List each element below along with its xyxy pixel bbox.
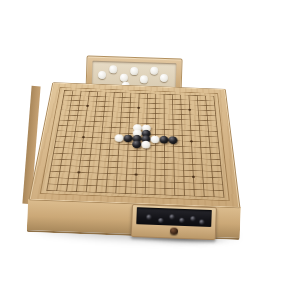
white-stone (140, 75, 148, 83)
white-stone (109, 65, 117, 73)
black-stone-drawer-well (136, 207, 212, 227)
star-point (190, 140, 193, 142)
board-top-face (29, 82, 241, 208)
black-stone (146, 215, 151, 220)
board-cell (150, 191, 160, 198)
star-point (77, 171, 80, 174)
board-cell (110, 189, 120, 196)
black-stone-drawer (131, 204, 217, 240)
star-point (86, 105, 89, 107)
white-stone (98, 71, 106, 79)
star-point (191, 175, 194, 178)
board-cell (120, 190, 130, 197)
board-cell (199, 193, 209, 200)
drawer-knob-icon (169, 227, 177, 234)
black-stone (190, 216, 195, 221)
star-point (82, 136, 85, 138)
board-cell (169, 191, 179, 198)
star-point (188, 108, 191, 110)
black-stone (169, 214, 174, 219)
go-board-product-photo (0, 0, 300, 300)
white-stone (160, 74, 168, 82)
board-cell (218, 193, 228, 200)
black-stone (179, 218, 184, 223)
board-cell (159, 191, 169, 198)
star-point (137, 106, 140, 108)
star-point (134, 173, 137, 176)
black-stone (199, 220, 204, 225)
white-stone (120, 74, 128, 82)
goban (41, 88, 229, 201)
board-cell (100, 189, 110, 196)
board-cell (179, 192, 189, 199)
white-stone (150, 67, 158, 75)
board-cell (130, 190, 140, 197)
white-stone (130, 67, 138, 75)
board-cell (140, 190, 150, 197)
board-cell (208, 193, 218, 200)
board-cell (189, 192, 199, 199)
black-stone (158, 218, 163, 223)
